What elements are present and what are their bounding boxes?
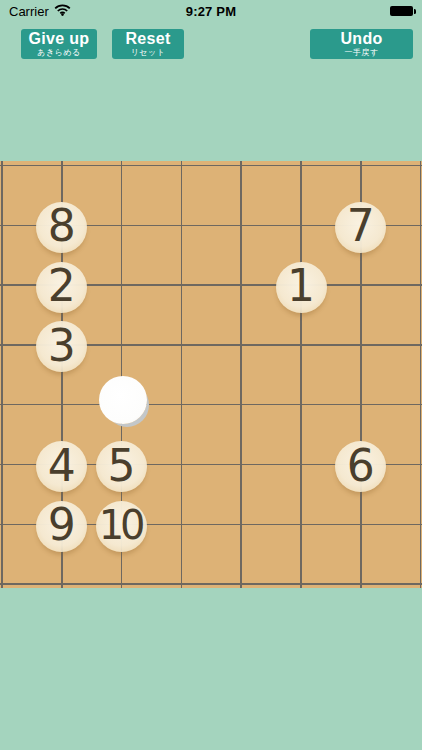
move-marker-stone-9[interactable]: 9 [36, 501, 87, 552]
grid-line-horizontal [0, 165, 422, 167]
white-stone[interactable] [99, 376, 147, 424]
grid-line-horizontal [0, 404, 422, 406]
battery-icon [390, 6, 413, 16]
reset-button[interactable]: Reset リセット [112, 29, 184, 59]
move-number: 2 [48, 264, 76, 308]
move-marker-stone-3[interactable]: 3 [36, 321, 87, 372]
move-number: 7 [347, 204, 375, 248]
reset-sublabel: リセット [131, 49, 166, 57]
move-number: 1 [287, 264, 315, 308]
move-number: 6 [347, 444, 375, 488]
give-up-label: Give up [29, 31, 90, 47]
give-up-button[interactable]: Give up あきらめる [21, 29, 97, 59]
app-screen: Carrier 9:27 PM Give up あきらめる Reset リセット… [0, 0, 422, 750]
move-marker-stone-6[interactable]: 6 [335, 441, 386, 492]
clock: 9:27 PM [0, 4, 422, 19]
move-marker-stone-4[interactable]: 4 [36, 441, 87, 492]
move-number: 9 [48, 503, 76, 547]
move-number: 5 [108, 444, 136, 488]
grid-line-horizontal [0, 583, 422, 585]
move-marker-stone-10[interactable]: 10 [96, 501, 147, 552]
status-right [390, 0, 413, 22]
status-bar: Carrier 9:27 PM [0, 0, 422, 22]
give-up-sublabel: あきらめる [37, 49, 80, 57]
move-marker-stone-8[interactable]: 8 [36, 202, 87, 253]
move-number: 10 [99, 505, 142, 545]
undo-button[interactable]: Undo 一手戻す [310, 29, 413, 59]
move-marker-stone-2[interactable]: 2 [36, 262, 87, 313]
move-marker-stone-5[interactable]: 5 [96, 441, 147, 492]
move-marker-stone-7[interactable]: 7 [335, 202, 386, 253]
move-marker-stone-1[interactable]: 1 [276, 262, 327, 313]
move-number: 8 [48, 204, 76, 248]
move-number: 3 [48, 324, 76, 368]
undo-sublabel: 一手戻す [344, 49, 378, 57]
undo-label: Undo [340, 31, 382, 47]
go-board[interactable]: 87213456910 [0, 161, 422, 588]
reset-label: Reset [125, 31, 170, 47]
move-number: 4 [48, 444, 76, 488]
